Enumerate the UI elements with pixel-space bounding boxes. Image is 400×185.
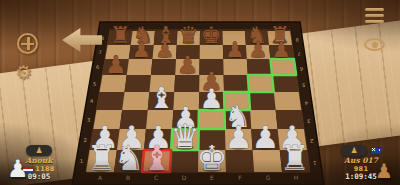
piece-white-rook-a1[interactable]: ♜ bbox=[86, 138, 117, 178]
square-g4[interactable] bbox=[249, 92, 276, 110]
rank-label-left-1: 1 bbox=[80, 158, 84, 164]
piece-black-pawn-f7[interactable]: ♟ bbox=[225, 37, 244, 62]
piece-white-knight-b1[interactable]: ♞ bbox=[114, 138, 145, 178]
rank-label-right-2: 2 bbox=[310, 138, 314, 144]
rank-label-right-7: 7 bbox=[298, 51, 301, 57]
black-player-clock: 1:09:45 bbox=[345, 173, 377, 182]
australia-flag-icon bbox=[371, 148, 381, 154]
piece-white-pawn-e4[interactable]: ♟ bbox=[200, 83, 224, 114]
piece-white-rook-h1[interactable]: ♜ bbox=[279, 138, 310, 178]
settings-gear-icon[interactable]: ⚙ bbox=[15, 63, 32, 82]
file-label-D: D bbox=[182, 174, 187, 181]
square-a4[interactable] bbox=[97, 92, 125, 110]
white-player-badge[interactable]: ♟ bbox=[26, 145, 52, 156]
rank-label-left-5: 5 bbox=[93, 81, 96, 87]
square-h4[interactable] bbox=[274, 92, 301, 110]
black-pawn-icon: ♟ bbox=[375, 161, 393, 181]
piece-black-queen-d8[interactable]: ♛ bbox=[178, 21, 199, 48]
piece-white-bishop-c4[interactable]: ♝ bbox=[148, 81, 174, 115]
rank-label-right-5: 5 bbox=[302, 82, 305, 88]
piece-black-pawn-g7[interactable]: ♟ bbox=[248, 37, 267, 62]
game-screen: ABCDEFGH1122334455667788♜♞♝♛♚♞♜♟♟♟♟♟♟♟♟♝… bbox=[0, 0, 400, 185]
white-pawn-icon: ♟ bbox=[7, 157, 29, 181]
piece-black-pawn-d6[interactable]: ♟ bbox=[177, 51, 199, 79]
piece-white-king-e1[interactable]: ♚ bbox=[197, 138, 228, 178]
piece-white-bishop-c1[interactable]: ♝ bbox=[141, 138, 172, 178]
piece-white-pawn-g2[interactable]: ♟ bbox=[251, 119, 279, 155]
square-f5[interactable] bbox=[224, 75, 249, 92]
black-player-badge[interactable]: ♟ bbox=[341, 145, 367, 156]
rank-label-left-3: 3 bbox=[87, 117, 90, 123]
piece-black-rook-a8[interactable]: ♜ bbox=[110, 21, 131, 48]
rank-label-right-1: 1 bbox=[313, 160, 317, 166]
file-label-G: G bbox=[266, 174, 271, 181]
piece-black-pawn-a6[interactable]: ♟ bbox=[105, 51, 127, 79]
square-b5[interactable] bbox=[124, 75, 150, 92]
piece-black-pawn-b7[interactable]: ♟ bbox=[132, 37, 151, 62]
square-g5[interactable] bbox=[248, 75, 274, 92]
eye-view-icon[interactable] bbox=[364, 38, 385, 51]
rank-label-left-7: 7 bbox=[99, 49, 102, 55]
square-h5[interactable] bbox=[272, 75, 299, 92]
square-b4[interactable] bbox=[122, 92, 149, 110]
file-label-F: F bbox=[238, 174, 242, 181]
white-player-clock: 09:05 bbox=[28, 173, 51, 182]
piece-black-pawn-c7[interactable]: ♟ bbox=[155, 37, 174, 62]
piece-black-king-e8[interactable]: ♚ bbox=[201, 21, 222, 48]
piece-black-pawn-h7[interactable]: ♟ bbox=[272, 37, 291, 62]
rank-label-right-3: 3 bbox=[307, 118, 310, 124]
rank-label-right-8: 8 bbox=[296, 37, 299, 43]
menu-icon[interactable] bbox=[365, 8, 384, 26]
compass-plus-icon[interactable] bbox=[17, 33, 38, 54]
piece-white-pawn-f2[interactable]: ♟ bbox=[225, 119, 253, 155]
rank-label-left-6: 6 bbox=[96, 64, 99, 70]
rank-label-right-6: 6 bbox=[300, 66, 303, 72]
piece-white-queen-d2[interactable]: ♛ bbox=[170, 117, 200, 156]
